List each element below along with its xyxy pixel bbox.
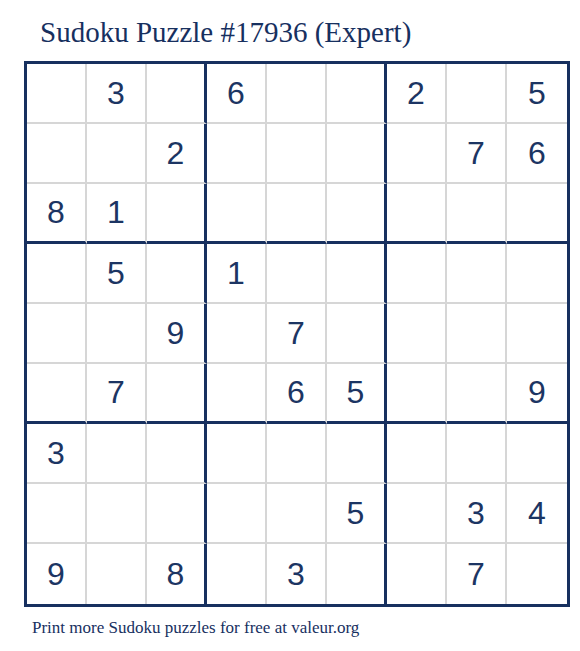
cell-r2c7[interactable] <box>387 124 447 184</box>
cell-r5c6[interactable] <box>327 304 387 364</box>
cell-r4c5[interactable] <box>267 244 327 304</box>
cell-r9c1: 9 <box>27 544 87 604</box>
page-title: Sudoku Puzzle #17936 (Expert) <box>40 16 411 49</box>
cell-r6c5: 6 <box>267 364 327 424</box>
cell-r2c2[interactable] <box>87 124 147 184</box>
cell-r3c2: 1 <box>87 184 147 244</box>
cell-r1c4: 6 <box>207 64 267 124</box>
cell-r6c9: 9 <box>507 364 567 424</box>
cell-r9c3: 8 <box>147 544 207 604</box>
cell-r6c2: 7 <box>87 364 147 424</box>
cell-r5c9[interactable] <box>507 304 567 364</box>
cell-r5c8[interactable] <box>447 304 507 364</box>
cell-r6c4[interactable] <box>207 364 267 424</box>
cell-r8c6: 5 <box>327 484 387 544</box>
cell-r3c5[interactable] <box>267 184 327 244</box>
cell-r8c4[interactable] <box>207 484 267 544</box>
sudoku-board: 3625276815197765935349837 <box>24 61 570 607</box>
cell-r3c4[interactable] <box>207 184 267 244</box>
cell-r4c7[interactable] <box>387 244 447 304</box>
cell-r4c3[interactable] <box>147 244 207 304</box>
cell-r6c1[interactable] <box>27 364 87 424</box>
cell-r7c4[interactable] <box>207 424 267 484</box>
cell-r6c6: 5 <box>327 364 387 424</box>
cell-r3c3[interactable] <box>147 184 207 244</box>
cell-r3c8[interactable] <box>447 184 507 244</box>
cell-r1c2: 3 <box>87 64 147 124</box>
cell-r5c1[interactable] <box>27 304 87 364</box>
cell-r8c1[interactable] <box>27 484 87 544</box>
cell-r1c9: 5 <box>507 64 567 124</box>
cell-r9c2[interactable] <box>87 544 147 604</box>
footer-text: Print more Sudoku puzzles for free at va… <box>32 618 359 638</box>
cell-r7c1: 3 <box>27 424 87 484</box>
cell-r2c5[interactable] <box>267 124 327 184</box>
cell-r7c7[interactable] <box>387 424 447 484</box>
cell-r2c1[interactable] <box>27 124 87 184</box>
cell-r7c6[interactable] <box>327 424 387 484</box>
cell-r4c6[interactable] <box>327 244 387 304</box>
cell-r8c3[interactable] <box>147 484 207 544</box>
cell-r3c7[interactable] <box>387 184 447 244</box>
cell-r8c7[interactable] <box>387 484 447 544</box>
cell-r1c7: 2 <box>387 64 447 124</box>
cell-r6c8[interactable] <box>447 364 507 424</box>
cell-r8c2[interactable] <box>87 484 147 544</box>
page: Sudoku Puzzle #17936 (Expert) 3625276815… <box>0 0 580 651</box>
cell-r8c5[interactable] <box>267 484 327 544</box>
cell-r7c9[interactable] <box>507 424 567 484</box>
cell-r2c6[interactable] <box>327 124 387 184</box>
cell-r5c2[interactable] <box>87 304 147 364</box>
cell-r5c3: 9 <box>147 304 207 364</box>
cell-r4c8[interactable] <box>447 244 507 304</box>
cell-r3c1: 8 <box>27 184 87 244</box>
cell-r6c3[interactable] <box>147 364 207 424</box>
cell-r1c3[interactable] <box>147 64 207 124</box>
cell-r9c4[interactable] <box>207 544 267 604</box>
cell-r6c7[interactable] <box>387 364 447 424</box>
cell-r7c8[interactable] <box>447 424 507 484</box>
cell-r2c8: 7 <box>447 124 507 184</box>
cell-r5c4[interactable] <box>207 304 267 364</box>
cell-r4c2: 5 <box>87 244 147 304</box>
cell-r2c4[interactable] <box>207 124 267 184</box>
cell-r3c6[interactable] <box>327 184 387 244</box>
cell-r7c5[interactable] <box>267 424 327 484</box>
cell-r7c3[interactable] <box>147 424 207 484</box>
cell-r7c2[interactable] <box>87 424 147 484</box>
cell-r2c9: 6 <box>507 124 567 184</box>
cell-r1c1[interactable] <box>27 64 87 124</box>
cell-r8c8: 3 <box>447 484 507 544</box>
cell-r9c5: 3 <box>267 544 327 604</box>
cell-r9c9 <box>507 544 567 604</box>
cell-r5c5: 7 <box>267 304 327 364</box>
cell-r2c3: 2 <box>147 124 207 184</box>
cell-r4c9[interactable] <box>507 244 567 304</box>
cell-r9c8: 7 <box>447 544 507 604</box>
cell-r1c8[interactable] <box>447 64 507 124</box>
cell-r3c9[interactable] <box>507 184 567 244</box>
cell-r4c1[interactable] <box>27 244 87 304</box>
cell-r1c6[interactable] <box>327 64 387 124</box>
cell-r9c7[interactable] <box>387 544 447 604</box>
cell-r9c6[interactable] <box>327 544 387 604</box>
cell-r1c5[interactable] <box>267 64 327 124</box>
cell-r8c9: 4 <box>507 484 567 544</box>
cell-r5c7[interactable] <box>387 304 447 364</box>
cell-r4c4: 1 <box>207 244 267 304</box>
